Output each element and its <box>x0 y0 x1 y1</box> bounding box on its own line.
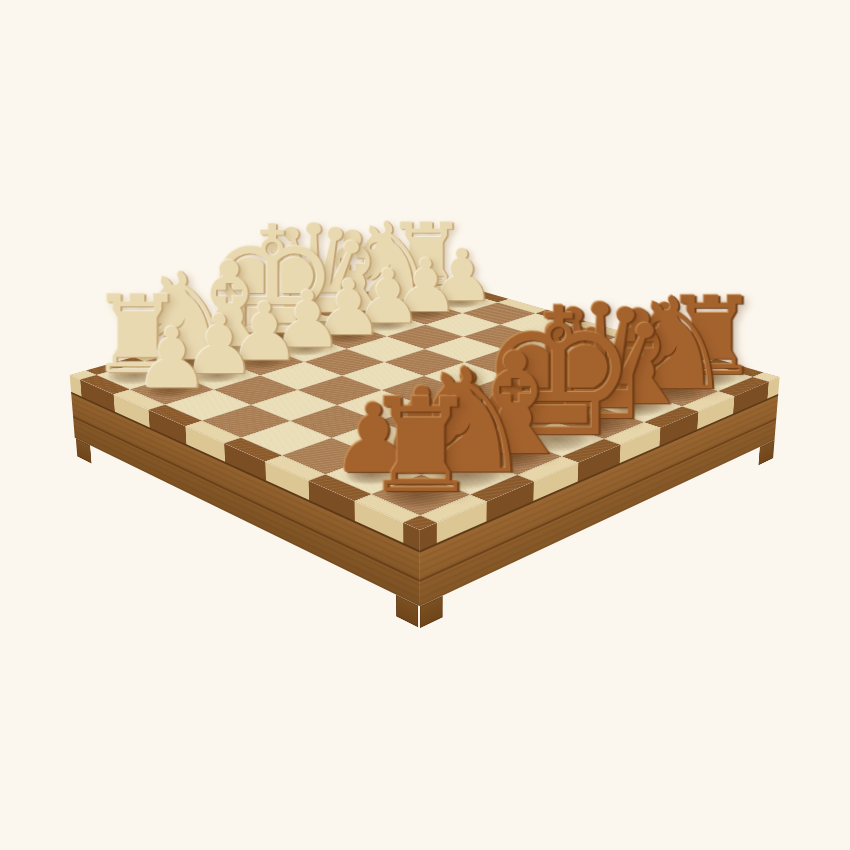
board-foot-near-corner-side <box>420 596 443 629</box>
board-foot-left-corner <box>76 438 92 463</box>
chess-set-product-photo: ♜♞♝♛♚♝♞♜♟♟♟♟♟♟♟♟♟♟♟♟♟♟♟♟♜♞♝♛♚♝♞♜ <box>0 0 850 850</box>
board-foot-near-corner <box>396 595 418 628</box>
scene-3d: ♜♞♝♛♚♝♞♜♟♟♟♟♟♟♟♟♟♟♟♟♟♟♟♟♜♞♝♛♚♝♞♜ <box>0 0 850 850</box>
chess-board: ♜♞♝♛♚♝♞♜♟♟♟♟♟♟♟♟♟♟♟♟♟♟♟♟♜♞♝♛♚♝♞♜ <box>70 275 780 530</box>
rook-glyph: ♜ <box>180 381 661 511</box>
